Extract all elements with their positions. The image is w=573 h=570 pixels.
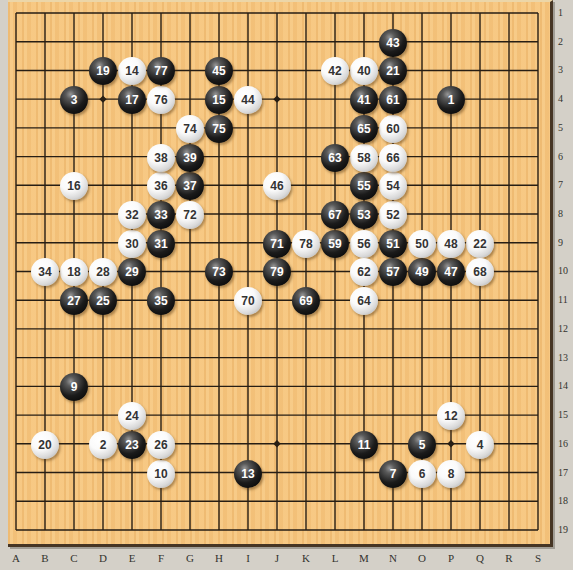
star-point-j16	[273, 440, 280, 447]
move-number: 71	[270, 237, 283, 251]
col-label-l: L	[327, 552, 343, 564]
move-number: 50	[415, 237, 428, 251]
move-number: 43	[386, 36, 399, 50]
row-label-17: 17	[556, 467, 573, 478]
row-label-15: 15	[556, 409, 573, 420]
col-label-h: H	[211, 552, 227, 564]
stone-white-n8[interactable]: 52	[379, 201, 407, 229]
col-label-d: D	[95, 552, 111, 564]
move-number: 16	[67, 179, 80, 193]
row-label-11: 11	[556, 294, 573, 305]
move-number: 17	[125, 93, 138, 107]
move-number: 9	[71, 380, 78, 394]
col-label-n: N	[385, 552, 401, 564]
stone-white-e8[interactable]: 32	[118, 201, 146, 229]
move-number: 42	[328, 64, 341, 78]
stone-white-g8[interactable]: 72	[176, 201, 204, 229]
move-number: 75	[212, 122, 225, 136]
stone-white-n6[interactable]: 66	[379, 144, 407, 172]
move-number: 8	[448, 467, 455, 481]
stone-black-c4[interactable]: 3	[60, 86, 88, 114]
stone-white-p15[interactable]: 12	[437, 402, 465, 430]
move-number: 7	[390, 467, 397, 481]
move-number: 41	[357, 93, 370, 107]
move-number: 5	[419, 438, 426, 452]
row-label-8: 8	[556, 208, 573, 219]
move-number: 20	[38, 438, 51, 452]
move-number: 1	[448, 93, 455, 107]
move-number: 37	[183, 179, 196, 193]
stone-black-m5[interactable]: 65	[350, 115, 378, 143]
stone-white-f6[interactable]: 38	[147, 144, 175, 172]
move-number: 26	[154, 438, 167, 452]
move-number: 25	[96, 294, 109, 308]
row-label-7: 7	[556, 179, 573, 190]
move-number: 77	[154, 64, 167, 78]
row-label-5: 5	[556, 122, 573, 133]
stone-black-j9[interactable]: 71	[263, 230, 291, 258]
col-label-g: G	[182, 552, 198, 564]
move-number: 59	[328, 237, 341, 251]
move-number: 13	[241, 467, 254, 481]
stone-black-i17[interactable]: 13	[234, 460, 262, 488]
move-number: 76	[154, 93, 167, 107]
move-number: 63	[328, 151, 341, 165]
row-label-2: 2	[556, 36, 573, 47]
move-number: 56	[357, 237, 370, 251]
move-number: 2	[100, 438, 107, 452]
stone-black-c11[interactable]: 27	[60, 287, 88, 315]
move-number: 44	[241, 93, 254, 107]
stone-black-l9[interactable]: 59	[321, 230, 349, 258]
move-number: 33	[154, 208, 167, 222]
move-number: 29	[125, 265, 138, 279]
move-number: 48	[444, 237, 457, 251]
stone-black-e4[interactable]: 17	[118, 86, 146, 114]
move-number: 12	[444, 409, 457, 423]
move-number: 19	[96, 64, 109, 78]
move-number: 69	[299, 294, 312, 308]
go-board[interactable]: 1234567891011121314151617181920212223242…	[8, 0, 553, 547]
stone-black-d11[interactable]: 25	[89, 287, 117, 315]
stone-black-f11[interactable]: 35	[147, 287, 175, 315]
row-label-4: 4	[556, 93, 573, 104]
stone-white-f17[interactable]: 10	[147, 460, 175, 488]
move-number: 51	[386, 237, 399, 251]
col-label-r: R	[501, 552, 517, 564]
move-number: 61	[386, 93, 399, 107]
move-number: 58	[357, 151, 370, 165]
stone-black-o16[interactable]: 5	[408, 431, 436, 459]
go-app-window: 1234567891011121314151617181920212223242…	[0, 0, 573, 570]
col-label-f: F	[153, 552, 169, 564]
stone-black-n4[interactable]: 61	[379, 86, 407, 114]
move-number: 60	[386, 122, 399, 136]
col-label-j: J	[269, 552, 285, 564]
move-number: 23	[125, 438, 138, 452]
move-number: 39	[183, 151, 196, 165]
col-label-k: K	[298, 552, 314, 564]
stone-white-m11[interactable]: 64	[350, 287, 378, 315]
move-number: 49	[415, 265, 428, 279]
col-label-c: C	[66, 552, 82, 564]
move-number: 54	[386, 179, 399, 193]
stone-white-q16[interactable]: 4	[466, 431, 494, 459]
row-label-13: 13	[556, 352, 573, 363]
stone-white-e9[interactable]: 30	[118, 230, 146, 258]
row-label-19: 19	[556, 524, 573, 535]
row-label-18: 18	[556, 495, 573, 506]
stone-white-f16[interactable]: 26	[147, 431, 175, 459]
move-number: 70	[241, 294, 254, 308]
col-label-o: O	[414, 552, 430, 564]
row-label-12: 12	[556, 323, 573, 334]
stone-black-n9[interactable]: 51	[379, 230, 407, 258]
move-number: 46	[270, 179, 283, 193]
col-label-m: M	[356, 552, 372, 564]
move-number: 27	[67, 294, 80, 308]
stone-white-p9[interactable]: 48	[437, 230, 465, 258]
stone-white-m6[interactable]: 58	[350, 144, 378, 172]
stone-white-k9[interactable]: 78	[292, 230, 320, 258]
move-number: 6	[419, 467, 426, 481]
stone-white-n5[interactable]: 60	[379, 115, 407, 143]
col-label-e: E	[124, 552, 140, 564]
stone-black-h5[interactable]: 75	[205, 115, 233, 143]
col-label-a: A	[8, 552, 24, 564]
move-number: 14	[125, 64, 138, 78]
move-number: 15	[212, 93, 225, 107]
move-number: 31	[154, 237, 167, 251]
move-number: 36	[154, 179, 167, 193]
stone-black-g6[interactable]: 39	[176, 144, 204, 172]
stone-white-d16[interactable]: 2	[89, 431, 117, 459]
star-point-p16	[447, 440, 454, 447]
move-number: 57	[386, 265, 399, 279]
stone-white-i4[interactable]: 44	[234, 86, 262, 114]
move-number: 32	[125, 208, 138, 222]
row-label-3: 3	[556, 64, 573, 75]
move-number: 73	[212, 265, 225, 279]
row-label-16: 16	[556, 438, 573, 449]
stone-black-e16[interactable]: 23	[118, 431, 146, 459]
row-label-10: 10	[556, 265, 573, 276]
stone-black-p4[interactable]: 1	[437, 86, 465, 114]
move-number: 79	[270, 265, 283, 279]
stone-white-i11[interactable]: 70	[234, 287, 262, 315]
move-number: 52	[386, 208, 399, 222]
move-number: 67	[328, 208, 341, 222]
move-number: 53	[357, 208, 370, 222]
move-number: 68	[473, 265, 486, 279]
col-label-b: B	[37, 552, 53, 564]
move-number: 3	[71, 93, 78, 107]
move-number: 45	[212, 64, 225, 78]
col-label-s: S	[530, 552, 546, 564]
col-label-q: Q	[472, 552, 488, 564]
move-number: 35	[154, 294, 167, 308]
row-label-9: 9	[556, 237, 573, 248]
stone-white-p17[interactable]: 8	[437, 460, 465, 488]
stone-white-f4[interactable]: 76	[147, 86, 175, 114]
stone-black-m8[interactable]: 53	[350, 201, 378, 229]
stone-white-q9[interactable]: 22	[466, 230, 494, 258]
stone-black-n2[interactable]: 43	[379, 29, 407, 57]
stone-black-n17[interactable]: 7	[379, 460, 407, 488]
move-number: 47	[444, 265, 457, 279]
stone-white-b16[interactable]: 20	[31, 431, 59, 459]
move-number: 30	[125, 237, 138, 251]
stone-black-m4[interactable]: 41	[350, 86, 378, 114]
star-point-d4	[99, 95, 106, 102]
stone-black-k11[interactable]: 69	[292, 287, 320, 315]
row-label-6: 6	[556, 151, 573, 162]
row-label-14: 14	[556, 380, 573, 391]
move-number: 11	[358, 438, 371, 452]
stone-white-e15[interactable]: 24	[118, 402, 146, 430]
col-label-p: P	[443, 552, 459, 564]
move-number: 66	[386, 151, 399, 165]
stone-black-f8[interactable]: 33	[147, 201, 175, 229]
move-number: 28	[96, 265, 109, 279]
col-label-i: I	[240, 552, 256, 564]
move-number: 62	[357, 265, 370, 279]
stone-black-l8[interactable]: 67	[321, 201, 349, 229]
move-number: 74	[183, 122, 196, 136]
move-number: 18	[67, 265, 80, 279]
star-point-j4	[273, 95, 280, 102]
move-number: 55	[357, 179, 370, 193]
stone-white-m9[interactable]: 56	[350, 230, 378, 258]
move-number: 34	[38, 265, 51, 279]
stone-black-f9[interactable]: 31	[147, 230, 175, 258]
stone-white-o9[interactable]: 50	[408, 230, 436, 258]
move-number: 65	[357, 122, 370, 136]
stone-white-o17[interactable]: 6	[408, 460, 436, 488]
stone-white-g5[interactable]: 74	[176, 115, 204, 143]
move-number: 22	[473, 237, 486, 251]
move-number: 10	[154, 467, 167, 481]
move-number: 21	[386, 64, 399, 78]
row-label-1: 1	[556, 7, 573, 18]
move-number: 40	[357, 64, 370, 78]
stone-black-h4[interactable]: 15	[205, 86, 233, 114]
stone-black-m16[interactable]: 11	[350, 431, 378, 459]
move-number: 72	[183, 208, 196, 222]
move-number: 38	[154, 151, 167, 165]
move-number: 64	[357, 294, 370, 308]
stone-black-l6[interactable]: 63	[321, 144, 349, 172]
move-number: 78	[299, 237, 312, 251]
move-number: 4	[477, 438, 484, 452]
move-number: 24	[125, 409, 138, 423]
